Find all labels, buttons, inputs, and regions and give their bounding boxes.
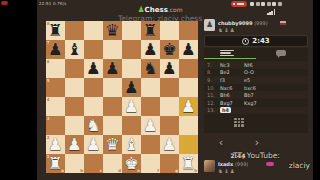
square-h6[interactable] — [179, 59, 198, 78]
square-c2[interactable]: ♟ — [84, 135, 103, 154]
file-label: g — [175, 168, 178, 173]
move-number: 9. — [204, 77, 220, 83]
square-f5[interactable] — [141, 78, 160, 97]
black-pawn[interactable]: ♟ — [122, 78, 141, 97]
move-number: 11. — [204, 92, 220, 98]
square-a3[interactable]: 3 — [46, 116, 65, 135]
white-king[interactable]: ♚ — [122, 154, 141, 173]
square-d3[interactable] — [103, 116, 122, 135]
square-f4[interactable] — [141, 97, 160, 116]
square-b6[interactable] — [65, 59, 84, 78]
move-row: 10.Nxc6bxc6 — [204, 84, 308, 92]
player-username[interactable]: lxadx (999) — [218, 161, 248, 167]
move-white[interactable]: f3 — [220, 77, 225, 83]
square-c7[interactable] — [84, 40, 103, 59]
board-options-grid-icon[interactable] — [234, 118, 244, 127]
player-captured-pieces: ♞♝♟ — [218, 168, 236, 174]
opponent-rating: (999) — [254, 20, 267, 26]
square-h2[interactable] — [179, 135, 198, 154]
square-c4[interactable] — [84, 97, 103, 116]
square-g5[interactable] — [160, 78, 179, 97]
logo-pawn-icon: ♟ — [137, 5, 144, 14]
square-f1[interactable]: f — [141, 154, 160, 173]
square-g8[interactable] — [160, 21, 179, 40]
square-b7[interactable]: ♝ — [65, 40, 84, 59]
file-label: d — [118, 168, 121, 173]
square-e8[interactable] — [122, 21, 141, 40]
square-g4[interactable] — [160, 97, 179, 116]
square-h1[interactable]: h♜ — [179, 154, 198, 173]
active-tab-underline — [204, 58, 256, 60]
move-black[interactable]: Bb7 — [244, 92, 254, 98]
square-h4[interactable]: ♟ — [179, 97, 198, 116]
rank-label: 4 — [47, 97, 50, 102]
white-rook[interactable]: ♜ — [179, 154, 198, 173]
move-row: 11.Bh6Bb7 — [204, 91, 308, 99]
square-a1[interactable]: 1a♜ — [46, 154, 65, 173]
square-f3[interactable]: ♟ — [141, 116, 160, 135]
black-pawn[interactable]: ♟ — [141, 40, 160, 59]
move-row: 12.Bxg7Kxg7 — [204, 99, 308, 107]
square-c3[interactable]: ♞ — [84, 116, 103, 135]
move-row: 7.Nc3Nf6 — [204, 61, 308, 69]
white-rook[interactable]: ♜ — [46, 154, 65, 173]
player-avatar[interactable] — [204, 160, 215, 172]
black-pawn[interactable]: ♟ — [84, 59, 103, 78]
white-pawn[interactable]: ♟ — [46, 135, 65, 154]
move-number: 12. — [204, 100, 220, 106]
white-knight[interactable]: ♞ — [84, 116, 103, 135]
square-a4[interactable]: 4 — [46, 97, 65, 116]
opponent-avatar[interactable]: ♟ — [204, 19, 215, 31]
square-a2[interactable]: 2♟ — [46, 135, 65, 154]
black-bishop[interactable]: ♝ — [65, 40, 84, 59]
square-g1[interactable]: g — [160, 154, 179, 173]
move-white[interactable]: Nxc6 — [220, 85, 233, 91]
rank-label: 5 — [47, 78, 50, 83]
square-a7[interactable]: 7♟ — [46, 40, 65, 59]
white-queen[interactable]: ♛ — [103, 135, 122, 154]
move-black[interactable]: e5 — [244, 77, 250, 83]
square-d6[interactable]: ♟ — [103, 59, 122, 78]
square-a8[interactable]: 8♜ — [46, 21, 65, 40]
move-number: 13. — [204, 107, 220, 113]
bottom-watermark-line1: TT, YouTube: — [233, 151, 280, 160]
square-b4[interactable] — [65, 97, 84, 116]
square-e4[interactable]: ♟ — [122, 97, 141, 116]
square-a6[interactable]: 6 — [46, 59, 65, 78]
square-g6[interactable]: ♟ — [160, 59, 179, 78]
square-c5[interactable] — [84, 78, 103, 97]
square-d2[interactable]: ♛ — [103, 135, 122, 154]
square-d4[interactable] — [103, 97, 122, 116]
white-pawn[interactable]: ♟ — [179, 97, 198, 116]
square-e3[interactable] — [122, 116, 141, 135]
square-f2[interactable] — [141, 135, 160, 154]
square-b8[interactable] — [65, 21, 84, 40]
square-d5[interactable] — [103, 78, 122, 97]
tab-chat[interactable] — [276, 50, 286, 56]
square-h5[interactable] — [179, 78, 198, 97]
square-c6[interactable]: ♟ — [84, 59, 103, 78]
bottom-watermark-line2: zlaciy — [280, 161, 310, 170]
move-number: 7. — [204, 62, 220, 68]
square-b1[interactable]: b — [65, 154, 84, 173]
white-pawn[interactable]: ♟ — [160, 135, 179, 154]
square-e7[interactable] — [122, 40, 141, 59]
square-d8[interactable]: ♛ — [103, 21, 122, 40]
square-c8[interactable] — [84, 21, 103, 40]
square-g2[interactable]: ♟ — [160, 135, 179, 154]
tab-moves[interactable] — [220, 50, 234, 57]
player-badge-icon — [266, 162, 274, 166]
black-knight[interactable]: ♞ — [141, 59, 160, 78]
white-pawn[interactable]: ♟ — [122, 97, 141, 116]
next-move-button[interactable]: › — [240, 136, 274, 151]
square-e1[interactable]: e♚ — [122, 154, 141, 173]
clock-icon — [242, 38, 249, 45]
move-white[interactable]: Nc3 — [220, 62, 230, 68]
flag-icon — [280, 21, 286, 25]
player-rating: (999) — [235, 161, 248, 167]
move-white[interactable]: Be2 — [220, 69, 230, 75]
move-row: 8.Be2O-O — [204, 69, 308, 77]
black-rook[interactable]: ♜ — [141, 21, 160, 40]
move-row: 9.f3e5 — [204, 76, 308, 84]
square-d7[interactable] — [103, 40, 122, 59]
black-pawn[interactable]: ♟ — [103, 59, 122, 78]
move-number: 8. — [204, 69, 220, 75]
square-b3[interactable] — [65, 116, 84, 135]
chesscom-logo: ♟Chess.com — [0, 5, 320, 14]
move-white[interactable]: Bxg7 — [220, 100, 233, 106]
move-black[interactable]: O-O — [244, 69, 254, 75]
file-label: b — [80, 168, 83, 173]
opponent-captured-pieces: ♞♝♟ — [218, 27, 236, 33]
prev-move-button[interactable]: ‹ — [204, 136, 238, 151]
black-pawn[interactable]: ♟ — [160, 59, 179, 78]
move-black[interactable]: Kxg7 — [244, 100, 257, 106]
square-c1[interactable]: c — [84, 154, 103, 173]
black-king[interactable]: ♚ — [160, 40, 179, 59]
sidebar-panel: 7.Nc3Nf68.Be2O-O9.f3e510.Nxc6bxc611.Bh6B… — [204, 48, 308, 133]
opponent-info: ♟ chubby9099 (999) ♞♝♟ — [204, 19, 310, 33]
square-b5[interactable] — [65, 78, 84, 97]
black-pawn[interactable]: ♟ — [179, 40, 198, 59]
chess-board[interactable]: 8♜♛♜7♟♝♟♚♟6♟♟♞♟5♟4♟♟3♞♟2♟♟♟♛♝♟1a♜bcde♚fg… — [46, 21, 198, 173]
white-pawn[interactable]: ♟ — [65, 135, 84, 154]
rank-label: 6 — [47, 59, 50, 64]
move-row: 13.h4 — [204, 107, 308, 115]
square-d1[interactable]: d — [103, 154, 122, 173]
black-pawn[interactable]: ♟ — [46, 40, 65, 59]
white-pawn[interactable]: ♟ — [141, 116, 160, 135]
black-queen[interactable]: ♛ — [103, 21, 122, 40]
file-label: f — [157, 168, 159, 173]
square-h3[interactable] — [179, 116, 198, 135]
move-black[interactable]: bxc6 — [244, 85, 256, 91]
opponent-clock: 2:43 — [204, 35, 308, 47]
square-g7[interactable]: ♚ — [160, 40, 179, 59]
move-white[interactable]: h4 — [220, 107, 231, 113]
move-list[interactable]: 7.Nc3Nf68.Be2O-O9.f3e510.Nxc6bxc611.Bh6B… — [204, 61, 308, 114]
move-number: 10. — [204, 85, 220, 91]
square-a5[interactable]: 5 — [46, 78, 65, 97]
move-black[interactable]: Nf6 — [244, 62, 253, 68]
square-f8[interactable]: ♜ — [141, 21, 160, 40]
square-e2[interactable]: ♝ — [122, 135, 141, 154]
square-b2[interactable]: ♟ — [65, 135, 84, 154]
square-f6[interactable]: ♞ — [141, 59, 160, 78]
square-h8[interactable] — [179, 21, 198, 40]
square-e5[interactable]: ♟ — [122, 78, 141, 97]
square-e6[interactable] — [122, 59, 141, 78]
white-pawn[interactable]: ♟ — [84, 135, 103, 154]
square-h7[interactable]: ♟ — [179, 40, 198, 59]
black-rook[interactable]: ♜ — [46, 21, 65, 40]
rank-label: 3 — [47, 116, 50, 121]
file-label: c — [100, 168, 102, 173]
square-g3[interactable] — [160, 116, 179, 135]
white-bishop[interactable]: ♝ — [122, 135, 141, 154]
square-f7[interactable]: ♟ — [141, 40, 160, 59]
opponent-username[interactable]: chubby9099 (999) — [218, 20, 268, 26]
move-white[interactable]: Bh6 — [220, 92, 230, 98]
